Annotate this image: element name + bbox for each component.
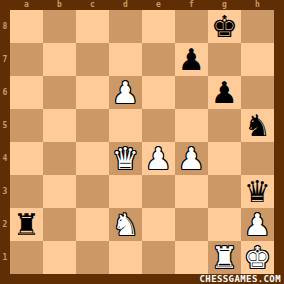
black-knight: ♞ bbox=[244, 109, 271, 142]
square-e6[interactable] bbox=[142, 76, 175, 109]
square-f7[interactable]: ♟ bbox=[175, 43, 208, 76]
square-a3[interactable] bbox=[10, 175, 43, 208]
white-pawn: ♟ bbox=[112, 76, 139, 109]
square-d5[interactable] bbox=[109, 109, 142, 142]
chess-board: ♚♟♟♟♞♛♟♟♛♜♞♟♜♚ bbox=[10, 10, 274, 274]
square-e4[interactable]: ♟ bbox=[142, 142, 175, 175]
square-f6[interactable] bbox=[175, 76, 208, 109]
square-e7[interactable] bbox=[142, 43, 175, 76]
square-f4[interactable]: ♟ bbox=[175, 142, 208, 175]
square-f2[interactable] bbox=[175, 208, 208, 241]
branding-chessgames: CHESSGAMES.COM bbox=[200, 274, 281, 284]
square-h3[interactable]: ♛ bbox=[241, 175, 274, 208]
square-c2[interactable] bbox=[76, 208, 109, 241]
white-pawn: ♟ bbox=[145, 142, 172, 175]
square-d3[interactable] bbox=[109, 175, 142, 208]
file-labels: abcdefgh bbox=[10, 0, 284, 10]
square-e5[interactable] bbox=[142, 109, 175, 142]
square-f3[interactable] bbox=[175, 175, 208, 208]
square-g5[interactable] bbox=[208, 109, 241, 142]
square-g7[interactable] bbox=[208, 43, 241, 76]
square-d6[interactable]: ♟ bbox=[109, 76, 142, 109]
white-knight: ♞ bbox=[112, 208, 139, 241]
square-a7[interactable] bbox=[10, 43, 43, 76]
black-pawn: ♟ bbox=[211, 76, 238, 109]
file-label-d: d bbox=[109, 0, 142, 10]
square-g8[interactable]: ♚ bbox=[208, 10, 241, 43]
file-label-g: g bbox=[208, 0, 241, 10]
square-b5[interactable] bbox=[43, 109, 76, 142]
square-b4[interactable] bbox=[43, 142, 76, 175]
rank-label-2: 2 bbox=[0, 208, 10, 241]
file-label-a: a bbox=[10, 0, 43, 10]
file-label-c: c bbox=[76, 0, 109, 10]
square-h6[interactable] bbox=[241, 76, 274, 109]
file-label-e: e bbox=[142, 0, 175, 10]
square-d1[interactable] bbox=[109, 241, 142, 274]
black-queen: ♛ bbox=[244, 175, 271, 208]
rank-label-4: 4 bbox=[0, 142, 10, 175]
square-g2[interactable] bbox=[208, 208, 241, 241]
white-rook: ♜ bbox=[211, 241, 238, 274]
square-h8[interactable] bbox=[241, 10, 274, 43]
square-d7[interactable] bbox=[109, 43, 142, 76]
square-c8[interactable] bbox=[76, 10, 109, 43]
square-b8[interactable] bbox=[43, 10, 76, 43]
rank-label-7: 7 bbox=[0, 43, 10, 76]
square-a8[interactable] bbox=[10, 10, 43, 43]
square-b3[interactable] bbox=[43, 175, 76, 208]
square-b1[interactable] bbox=[43, 241, 76, 274]
square-c5[interactable] bbox=[76, 109, 109, 142]
file-label-b: b bbox=[43, 0, 76, 10]
black-king: ♚ bbox=[211, 10, 238, 43]
square-f1[interactable] bbox=[175, 241, 208, 274]
square-b6[interactable] bbox=[43, 76, 76, 109]
square-e2[interactable] bbox=[142, 208, 175, 241]
chess-board-diagram: abcdefgh 87654321 ♚♟♟♟♞♛♟♟♛♜♞♟♜♚ CHESSGA… bbox=[0, 0, 284, 284]
file-label-h: h bbox=[241, 0, 274, 10]
rank-label-1: 1 bbox=[0, 241, 10, 274]
square-c3[interactable] bbox=[76, 175, 109, 208]
rank-label-8: 8 bbox=[0, 10, 10, 43]
square-c1[interactable] bbox=[76, 241, 109, 274]
square-a1[interactable] bbox=[10, 241, 43, 274]
square-h4[interactable] bbox=[241, 142, 274, 175]
square-f5[interactable] bbox=[175, 109, 208, 142]
black-pawn: ♟ bbox=[178, 43, 205, 76]
square-d4[interactable]: ♛ bbox=[109, 142, 142, 175]
square-g6[interactable]: ♟ bbox=[208, 76, 241, 109]
square-g3[interactable] bbox=[208, 175, 241, 208]
square-d8[interactable] bbox=[109, 10, 142, 43]
square-h5[interactable]: ♞ bbox=[241, 109, 274, 142]
square-a5[interactable] bbox=[10, 109, 43, 142]
square-h7[interactable] bbox=[241, 43, 274, 76]
white-queen: ♛ bbox=[112, 142, 139, 175]
black-rook: ♜ bbox=[13, 208, 40, 241]
white-pawn: ♟ bbox=[178, 142, 205, 175]
square-g1[interactable]: ♜ bbox=[208, 241, 241, 274]
square-h1[interactable]: ♚ bbox=[241, 241, 274, 274]
rank-label-3: 3 bbox=[0, 175, 10, 208]
rank-label-6: 6 bbox=[0, 76, 10, 109]
rank-labels: 87654321 bbox=[0, 10, 10, 274]
square-d2[interactable]: ♞ bbox=[109, 208, 142, 241]
square-c4[interactable] bbox=[76, 142, 109, 175]
square-c6[interactable] bbox=[76, 76, 109, 109]
square-e8[interactable] bbox=[142, 10, 175, 43]
square-h2[interactable]: ♟ bbox=[241, 208, 274, 241]
white-king: ♚ bbox=[244, 241, 271, 274]
square-e3[interactable] bbox=[142, 175, 175, 208]
square-c7[interactable] bbox=[76, 43, 109, 76]
square-e1[interactable] bbox=[142, 241, 175, 274]
white-pawn: ♟ bbox=[244, 208, 271, 241]
square-b7[interactable] bbox=[43, 43, 76, 76]
rank-label-5: 5 bbox=[0, 109, 10, 142]
square-f8[interactable] bbox=[175, 10, 208, 43]
square-g4[interactable] bbox=[208, 142, 241, 175]
square-a4[interactable] bbox=[10, 142, 43, 175]
square-a2[interactable]: ♜ bbox=[10, 208, 43, 241]
square-a6[interactable] bbox=[10, 76, 43, 109]
file-label-f: f bbox=[175, 0, 208, 10]
square-b2[interactable] bbox=[43, 208, 76, 241]
